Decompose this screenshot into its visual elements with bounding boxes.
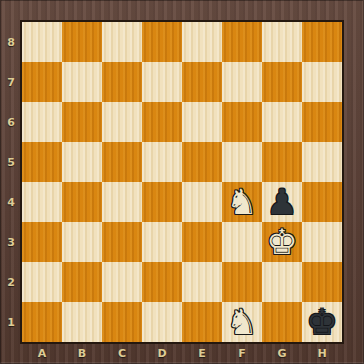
- square-b7[interactable]: [62, 62, 102, 102]
- square-g5[interactable]: [262, 142, 302, 182]
- square-d1[interactable]: [142, 302, 182, 342]
- white-knight-f1[interactable]: ♞: [226, 302, 257, 342]
- square-b2[interactable]: [62, 262, 102, 302]
- square-d8[interactable]: [142, 22, 182, 62]
- square-b8[interactable]: [62, 22, 102, 62]
- square-b5[interactable]: [62, 142, 102, 182]
- white-knight-f4[interactable]: ♞: [226, 182, 257, 222]
- rank-label-3: 3: [0, 222, 22, 262]
- square-a1[interactable]: [22, 302, 62, 342]
- square-c1[interactable]: [102, 302, 142, 342]
- square-c6[interactable]: [102, 102, 142, 142]
- square-d2[interactable]: [142, 262, 182, 302]
- black-king-h1[interactable]: ♚: [306, 302, 337, 342]
- square-g8[interactable]: [262, 22, 302, 62]
- square-g7[interactable]: [262, 62, 302, 102]
- file-label-g: G: [262, 342, 302, 364]
- file-label-h: H: [302, 342, 342, 364]
- square-g6[interactable]: [262, 102, 302, 142]
- square-c8[interactable]: [102, 22, 142, 62]
- rank-label-5: 5: [0, 142, 22, 182]
- rank-label-8: 8: [0, 22, 22, 62]
- rank-label-7: 7: [0, 62, 22, 102]
- square-f1[interactable]: ♞: [222, 302, 262, 342]
- square-e2[interactable]: [182, 262, 222, 302]
- square-f6[interactable]: [222, 102, 262, 142]
- square-h7[interactable]: [302, 62, 342, 102]
- square-b6[interactable]: [62, 102, 102, 142]
- square-h6[interactable]: [302, 102, 342, 142]
- square-f8[interactable]: [222, 22, 262, 62]
- rank-label-2: 2: [0, 262, 22, 302]
- square-c5[interactable]: [102, 142, 142, 182]
- white-king-g3[interactable]: ♚: [266, 222, 297, 262]
- file-label-f: F: [222, 342, 262, 364]
- file-label-c: C: [102, 342, 142, 364]
- square-a4[interactable]: [22, 182, 62, 222]
- black-pawn-g4[interactable]: ♟: [266, 182, 297, 222]
- square-e8[interactable]: [182, 22, 222, 62]
- rank-label-1: 1: [0, 302, 22, 342]
- square-a3[interactable]: [22, 222, 62, 262]
- square-e5[interactable]: [182, 142, 222, 182]
- square-b3[interactable]: [62, 222, 102, 262]
- square-f7[interactable]: [222, 62, 262, 102]
- file-label-d: D: [142, 342, 182, 364]
- square-g3[interactable]: ♚: [262, 222, 302, 262]
- file-label-b: B: [62, 342, 102, 364]
- file-label-a: A: [22, 342, 62, 364]
- square-d5[interactable]: [142, 142, 182, 182]
- square-a5[interactable]: [22, 142, 62, 182]
- square-a7[interactable]: [22, 62, 62, 102]
- square-g1[interactable]: [262, 302, 302, 342]
- square-d4[interactable]: [142, 182, 182, 222]
- square-h1[interactable]: ♚: [302, 302, 342, 342]
- square-c3[interactable]: [102, 222, 142, 262]
- square-h2[interactable]: [302, 262, 342, 302]
- rank-label-4: 4: [0, 182, 22, 222]
- square-h3[interactable]: [302, 222, 342, 262]
- square-e6[interactable]: [182, 102, 222, 142]
- square-h5[interactable]: [302, 142, 342, 182]
- square-d7[interactable]: [142, 62, 182, 102]
- square-c7[interactable]: [102, 62, 142, 102]
- square-c4[interactable]: [102, 182, 142, 222]
- board-frame: 87654321 ♞♟♚♞♚ ABCDEFGH: [0, 0, 364, 364]
- file-label-e: E: [182, 342, 222, 364]
- rank-label-6: 6: [0, 102, 22, 142]
- square-h4[interactable]: [302, 182, 342, 222]
- square-f4[interactable]: ♞: [222, 182, 262, 222]
- square-f3[interactable]: [222, 222, 262, 262]
- square-b1[interactable]: [62, 302, 102, 342]
- square-g2[interactable]: [262, 262, 302, 302]
- chess-board: ♞♟♚♞♚: [22, 22, 342, 342]
- square-g4[interactable]: ♟: [262, 182, 302, 222]
- square-a8[interactable]: [22, 22, 62, 62]
- square-e3[interactable]: [182, 222, 222, 262]
- square-e7[interactable]: [182, 62, 222, 102]
- file-labels: ABCDEFGH: [22, 342, 342, 364]
- square-h8[interactable]: [302, 22, 342, 62]
- square-f2[interactable]: [222, 262, 262, 302]
- square-f5[interactable]: [222, 142, 262, 182]
- square-c2[interactable]: [102, 262, 142, 302]
- square-a6[interactable]: [22, 102, 62, 142]
- rank-labels: 87654321: [0, 22, 22, 342]
- square-d6[interactable]: [142, 102, 182, 142]
- square-e1[interactable]: [182, 302, 222, 342]
- square-b4[interactable]: [62, 182, 102, 222]
- square-a2[interactable]: [22, 262, 62, 302]
- square-e4[interactable]: [182, 182, 222, 222]
- square-d3[interactable]: [142, 222, 182, 262]
